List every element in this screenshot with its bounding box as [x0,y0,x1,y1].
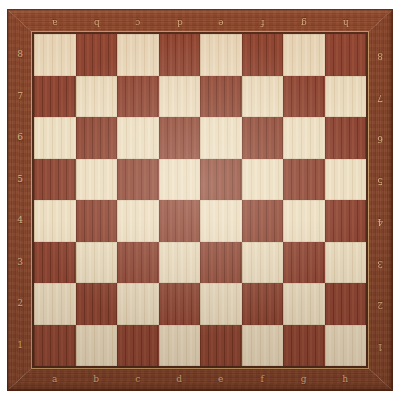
rank-label-left-4: 4 [12,200,28,242]
square-c4 [117,200,159,242]
square-d5 [159,159,201,201]
square-e1 [200,325,242,367]
square-c7 [117,76,159,118]
file-label-bottom-e: e [200,372,242,386]
square-f3 [242,242,284,284]
file-labels-top: abcdefgh [34,16,366,30]
file-label-top-h: h [325,16,367,30]
square-c1 [117,325,159,367]
square-c5 [117,159,159,201]
rank-label-left-3: 3 [12,242,28,284]
square-g2 [283,283,325,325]
square-g8 [283,34,325,76]
square-a8 [34,34,76,76]
rank-label-left-7: 7 [12,76,28,118]
square-g6 [283,117,325,159]
board-squares-grid [34,34,366,366]
file-label-top-e: e [200,16,242,30]
square-h7 [325,76,367,118]
square-e8 [200,34,242,76]
rank-label-right-3: 3 [372,242,388,284]
square-b6 [76,117,118,159]
square-f5 [242,159,284,201]
square-h3 [325,242,367,284]
square-d8 [159,34,201,76]
rank-label-left-8: 8 [12,34,28,76]
file-label-top-a: a [34,16,76,30]
rank-label-left-6: 6 [12,117,28,159]
square-c2 [117,283,159,325]
square-d1 [159,325,201,367]
square-f1 [242,325,284,367]
square-b7 [76,76,118,118]
rank-label-right-2: 2 [372,283,388,325]
file-label-top-g: g [283,16,325,30]
square-c3 [117,242,159,284]
square-g4 [283,200,325,242]
rank-label-right-5: 5 [372,159,388,201]
square-a5 [34,159,76,201]
square-h1 [325,325,367,367]
file-labels-bottom: abcdefgh [34,372,366,386]
square-g3 [283,242,325,284]
square-h2 [325,283,367,325]
square-h4 [325,200,367,242]
chessboard-photo: abcdefgh abcdefgh 87654321 87654321 [0,0,400,400]
square-e7 [200,76,242,118]
rank-label-left-2: 2 [12,283,28,325]
rank-label-right-4: 4 [372,200,388,242]
rank-label-right-8: 8 [372,34,388,76]
square-h8 [325,34,367,76]
square-g1 [283,325,325,367]
chessboard: abcdefgh abcdefgh 87654321 87654321 [7,9,393,391]
square-e5 [200,159,242,201]
square-f7 [242,76,284,118]
file-label-top-d: d [159,16,201,30]
rank-labels-left: 87654321 [12,34,28,366]
rank-label-left-5: 5 [12,159,28,201]
square-e3 [200,242,242,284]
square-f6 [242,117,284,159]
file-label-bottom-g: g [283,372,325,386]
square-a4 [34,200,76,242]
square-d6 [159,117,201,159]
file-label-bottom-h: h [325,372,367,386]
file-label-bottom-c: c [117,372,159,386]
square-e4 [200,200,242,242]
square-b8 [76,34,118,76]
square-b5 [76,159,118,201]
square-a2 [34,283,76,325]
square-e2 [200,283,242,325]
rank-label-right-7: 7 [372,76,388,118]
square-c8 [117,34,159,76]
square-g7 [283,76,325,118]
rank-label-right-1: 1 [372,325,388,367]
square-b4 [76,200,118,242]
square-g5 [283,159,325,201]
square-d4 [159,200,201,242]
square-b3 [76,242,118,284]
square-a1 [34,325,76,367]
file-label-top-c: c [117,16,159,30]
square-f2 [242,283,284,325]
square-b1 [76,325,118,367]
square-c6 [117,117,159,159]
square-a6 [34,117,76,159]
file-label-top-b: b [76,16,118,30]
square-h6 [325,117,367,159]
file-label-bottom-f: f [242,372,284,386]
rank-label-left-1: 1 [12,325,28,367]
square-d3 [159,242,201,284]
file-label-bottom-d: d [159,372,201,386]
rank-labels-right: 87654321 [372,34,388,366]
file-label-bottom-b: b [76,372,118,386]
file-label-bottom-a: a [34,372,76,386]
square-a3 [34,242,76,284]
file-label-top-f: f [242,16,284,30]
square-a7 [34,76,76,118]
rank-label-right-6: 6 [372,117,388,159]
square-f4 [242,200,284,242]
square-b2 [76,283,118,325]
square-d2 [159,283,201,325]
square-f8 [242,34,284,76]
square-e6 [200,117,242,159]
square-d7 [159,76,201,118]
square-h5 [325,159,367,201]
